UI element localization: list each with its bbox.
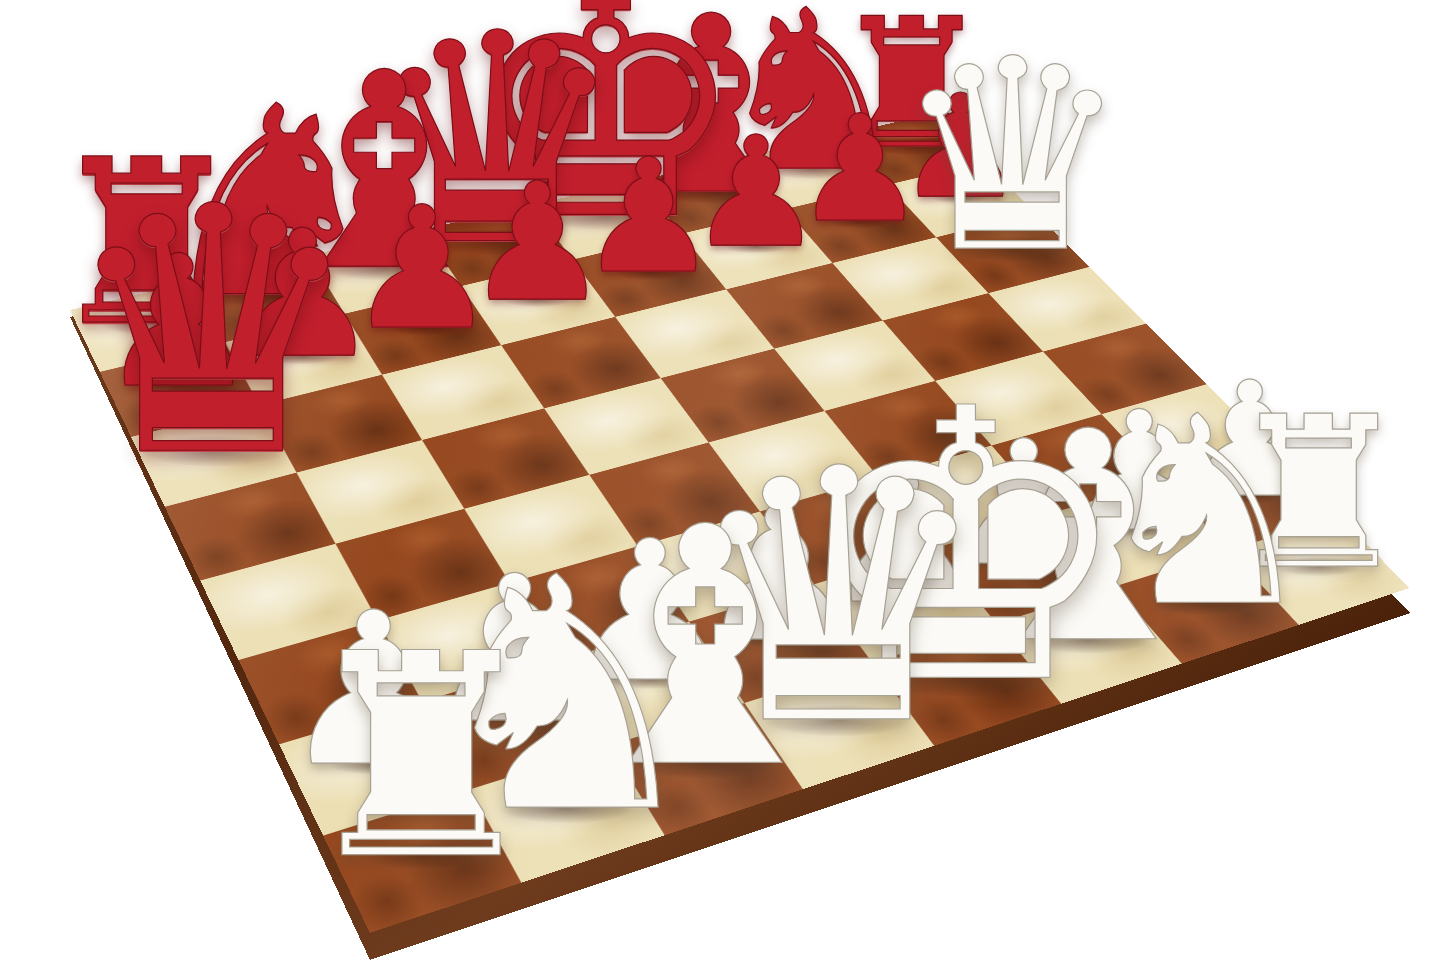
chess-set-photo: ♜♞♝♛♚♝♞♜♟♟♟♟♟♟♟♟♛♛♟♟♟♟♟♟♟♟♜♞♝♛♚♝♞♜ xyxy=(0,0,1445,963)
chessboard xyxy=(70,113,1410,933)
